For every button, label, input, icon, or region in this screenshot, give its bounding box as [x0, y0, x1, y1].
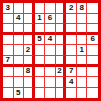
cell-r4c7[interactable]: [66, 35, 77, 46]
cell-r5c7[interactable]: [66, 45, 77, 56]
cell-r2c5[interactable]: 6: [45, 14, 56, 25]
cell-r4c3[interactable]: [24, 35, 35, 46]
cell-r3c7[interactable]: [66, 24, 77, 35]
cell-r6c4[interactable]: [35, 56, 46, 67]
cell-r6c7[interactable]: [66, 56, 77, 67]
cell-r9c3[interactable]: [24, 88, 35, 99]
cell-r7c9[interactable]: [87, 67, 98, 78]
cell-r4c9[interactable]: 6: [87, 35, 98, 46]
cell-r1c4[interactable]: [35, 3, 46, 14]
cell-r4c1[interactable]: [3, 35, 14, 46]
cell-r8c5[interactable]: [45, 77, 56, 88]
cell-r6c2[interactable]: [14, 56, 25, 67]
cell-r6c1[interactable]: 7: [3, 56, 14, 67]
cell-r5c2[interactable]: [14, 45, 25, 56]
cell-r9c6[interactable]: [56, 88, 67, 99]
cell-r1c9[interactable]: [87, 3, 98, 14]
cell-r2c4[interactable]: 1: [35, 14, 46, 25]
cell-r9c7[interactable]: [66, 88, 77, 99]
cell-r1c2[interactable]: [14, 3, 25, 14]
cell-r6c8[interactable]: [77, 56, 88, 67]
cell-r3c2[interactable]: [14, 24, 25, 35]
cell-r6c6[interactable]: [56, 56, 67, 67]
sudoku-board: 32841654621782745: [0, 0, 101, 101]
cell-r4c2[interactable]: [14, 35, 25, 46]
cell-r5c5[interactable]: [45, 45, 56, 56]
cell-r8c4[interactable]: [35, 77, 46, 88]
cell-r4c5[interactable]: 4: [45, 35, 56, 46]
cell-r2c7[interactable]: [66, 14, 77, 25]
cell-r7c1[interactable]: [3, 67, 14, 78]
cell-r7c8[interactable]: [77, 67, 88, 78]
cell-r9c5[interactable]: [45, 88, 56, 99]
cell-r8c3[interactable]: [24, 77, 35, 88]
cell-r5c9[interactable]: [87, 45, 98, 56]
cell-r1c3[interactable]: [24, 3, 35, 14]
cell-r7c2[interactable]: [14, 67, 25, 78]
cell-r8c2[interactable]: [14, 77, 25, 88]
cell-r2c8[interactable]: [77, 14, 88, 25]
cell-r3c8[interactable]: [77, 24, 88, 35]
cell-r6c5[interactable]: [45, 56, 56, 67]
cell-r7c3[interactable]: 8: [24, 67, 35, 78]
cell-r1c6[interactable]: [56, 3, 67, 14]
cell-r9c4[interactable]: [35, 88, 46, 99]
cell-r3c4[interactable]: [35, 24, 46, 35]
cell-r7c4[interactable]: [35, 67, 46, 78]
cell-r1c1[interactable]: 3: [3, 3, 14, 14]
cell-r7c7[interactable]: 7: [66, 67, 77, 78]
cell-r3c1[interactable]: [3, 24, 14, 35]
cell-r2c3[interactable]: [24, 14, 35, 25]
cell-r1c5[interactable]: [45, 3, 56, 14]
cell-r1c7[interactable]: 2: [66, 3, 77, 14]
cell-r9c9[interactable]: [87, 88, 98, 99]
cell-r1c8[interactable]: 8: [77, 3, 88, 14]
cell-r3c5[interactable]: [45, 24, 56, 35]
cell-r5c1[interactable]: [3, 45, 14, 56]
cell-r8c6[interactable]: [56, 77, 67, 88]
cell-r7c5[interactable]: [45, 67, 56, 78]
cell-r8c7[interactable]: 4: [66, 77, 77, 88]
cell-r4c8[interactable]: [77, 35, 88, 46]
cell-r5c4[interactable]: [35, 45, 46, 56]
cell-r4c4[interactable]: 5: [35, 35, 46, 46]
cell-r2c1[interactable]: [3, 14, 14, 25]
cell-r6c3[interactable]: [24, 56, 35, 67]
cell-r9c2[interactable]: 5: [14, 88, 25, 99]
cell-r3c9[interactable]: [87, 24, 98, 35]
cell-r2c2[interactable]: 4: [14, 14, 25, 25]
cell-r7c6[interactable]: 2: [56, 67, 67, 78]
cell-r2c6[interactable]: [56, 14, 67, 25]
cell-r4c6[interactable]: [56, 35, 67, 46]
cell-r9c8[interactable]: [77, 88, 88, 99]
cell-r8c9[interactable]: [87, 77, 98, 88]
cell-r3c3[interactable]: [24, 24, 35, 35]
cell-r5c3[interactable]: 2: [24, 45, 35, 56]
cell-r5c8[interactable]: 1: [77, 45, 88, 56]
cell-r3c6[interactable]: [56, 24, 67, 35]
cell-r2c9[interactable]: [87, 14, 98, 25]
cell-r8c1[interactable]: [3, 77, 14, 88]
cell-r8c8[interactable]: [77, 77, 88, 88]
cell-r6c9[interactable]: [87, 56, 98, 67]
cell-r5c6[interactable]: [56, 45, 67, 56]
cell-r9c1[interactable]: [3, 88, 14, 99]
